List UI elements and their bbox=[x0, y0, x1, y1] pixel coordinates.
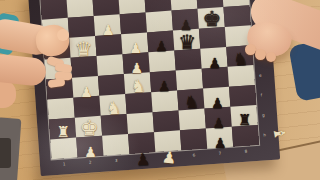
square-e5: ♟ bbox=[150, 70, 177, 92]
black-rook: ♜ bbox=[238, 113, 251, 128]
black-pawn: ♟ bbox=[208, 56, 221, 70]
right-player-navy-clothing bbox=[288, 40, 320, 101]
black-king: ♚ bbox=[202, 9, 221, 30]
square-f3: ♞ bbox=[99, 94, 126, 116]
left-player-elbow bbox=[0, 80, 16, 108]
square-f6: ♞ bbox=[177, 89, 204, 111]
square-g5 bbox=[153, 110, 180, 132]
photo-scene: ♟♟♚♛♟♟♛♟♟♞♟♞♟♞♞♟♜♚♟♜♟♟12345678abcdefgh ♟… bbox=[0, 0, 320, 180]
square-f7: ♟ bbox=[203, 87, 230, 109]
file-label: g bbox=[262, 112, 265, 117]
square-e6 bbox=[176, 69, 203, 91]
square-b5 bbox=[146, 11, 173, 33]
captured-black-pawn: ♟ bbox=[135, 152, 150, 169]
white-queen: ♛ bbox=[75, 39, 93, 59]
black-knight: ♞ bbox=[184, 94, 199, 111]
white-pawn: ♟ bbox=[84, 145, 97, 159]
square-c2: ♛ bbox=[69, 36, 96, 58]
file-label: h bbox=[263, 132, 266, 137]
black-pawn: ♟ bbox=[158, 79, 171, 93]
square-b4 bbox=[120, 12, 147, 34]
board-grid: ♟♟♚♛♟♟♛♟♟♞♟♞♟♞♞♟♜♚♟♜♟♟12345678abcdefgh bbox=[40, 0, 259, 159]
square-h6 bbox=[180, 129, 207, 151]
square-a1 bbox=[40, 0, 67, 20]
black-pawn: ♟ bbox=[213, 116, 226, 130]
square-d3 bbox=[97, 54, 124, 76]
white-pawn: ♟ bbox=[80, 85, 93, 99]
rank-label: 3 bbox=[115, 158, 118, 163]
white-pawn: ♟ bbox=[102, 23, 115, 37]
square-f1 bbox=[47, 98, 74, 120]
file-label: e bbox=[259, 72, 262, 77]
white-knight: ♞ bbox=[131, 78, 146, 95]
square-c4: ♟ bbox=[121, 32, 148, 54]
right-player-knuckle bbox=[255, 49, 266, 60]
rank-label: 2 bbox=[89, 160, 92, 165]
file-label: f bbox=[260, 93, 262, 98]
black-queen: ♛ bbox=[178, 32, 196, 52]
square-b3: ♟ bbox=[94, 14, 121, 36]
dark-object bbox=[0, 138, 11, 168]
captured-white-pawn: ♟ bbox=[161, 149, 177, 166]
black-pawn: ♟ bbox=[155, 39, 168, 53]
black-pawn: ♟ bbox=[214, 136, 227, 150]
square-c6: ♛ bbox=[173, 29, 200, 51]
rank-label: 8 bbox=[244, 149, 247, 154]
white-pawn: ♟ bbox=[129, 41, 142, 55]
square-g8: ♜ bbox=[230, 105, 257, 127]
square-e2: ♟ bbox=[72, 76, 99, 98]
black-pawn: ♟ bbox=[211, 96, 224, 110]
white-pawn: ♟ bbox=[131, 61, 144, 75]
square-g1: ♜ bbox=[49, 118, 76, 140]
square-b8 bbox=[223, 5, 250, 27]
square-e3 bbox=[98, 74, 125, 96]
square-b7: ♚ bbox=[197, 7, 224, 29]
square-d7: ♟ bbox=[200, 47, 227, 69]
left-player-knuckle bbox=[57, 29, 69, 41]
right-player-knuckle bbox=[266, 52, 276, 62]
square-b6: ♟ bbox=[172, 9, 199, 31]
white-king: ♚ bbox=[80, 118, 99, 139]
fallen-white-bishop: ♝ bbox=[270, 126, 287, 142]
square-c5: ♟ bbox=[147, 31, 174, 53]
white-rook: ♜ bbox=[57, 125, 70, 140]
square-f8 bbox=[229, 85, 256, 107]
square-e4: ♞ bbox=[124, 72, 151, 94]
square-b2 bbox=[68, 16, 95, 38]
rank-label: 1 bbox=[63, 161, 66, 166]
square-h3 bbox=[102, 134, 129, 156]
square-g2: ♚ bbox=[75, 116, 102, 138]
square-g4 bbox=[127, 112, 154, 134]
rank-label: 7 bbox=[218, 151, 221, 156]
chess-board: ♟♟♚♛♟♟♛♟♟♞♟♞♟♞♞♟♜♚♟♜♟♟12345678abcdefgh bbox=[28, 0, 280, 176]
square-a2 bbox=[66, 0, 93, 18]
rank-label: 6 bbox=[193, 152, 196, 157]
white-knight: ♞ bbox=[106, 100, 121, 117]
